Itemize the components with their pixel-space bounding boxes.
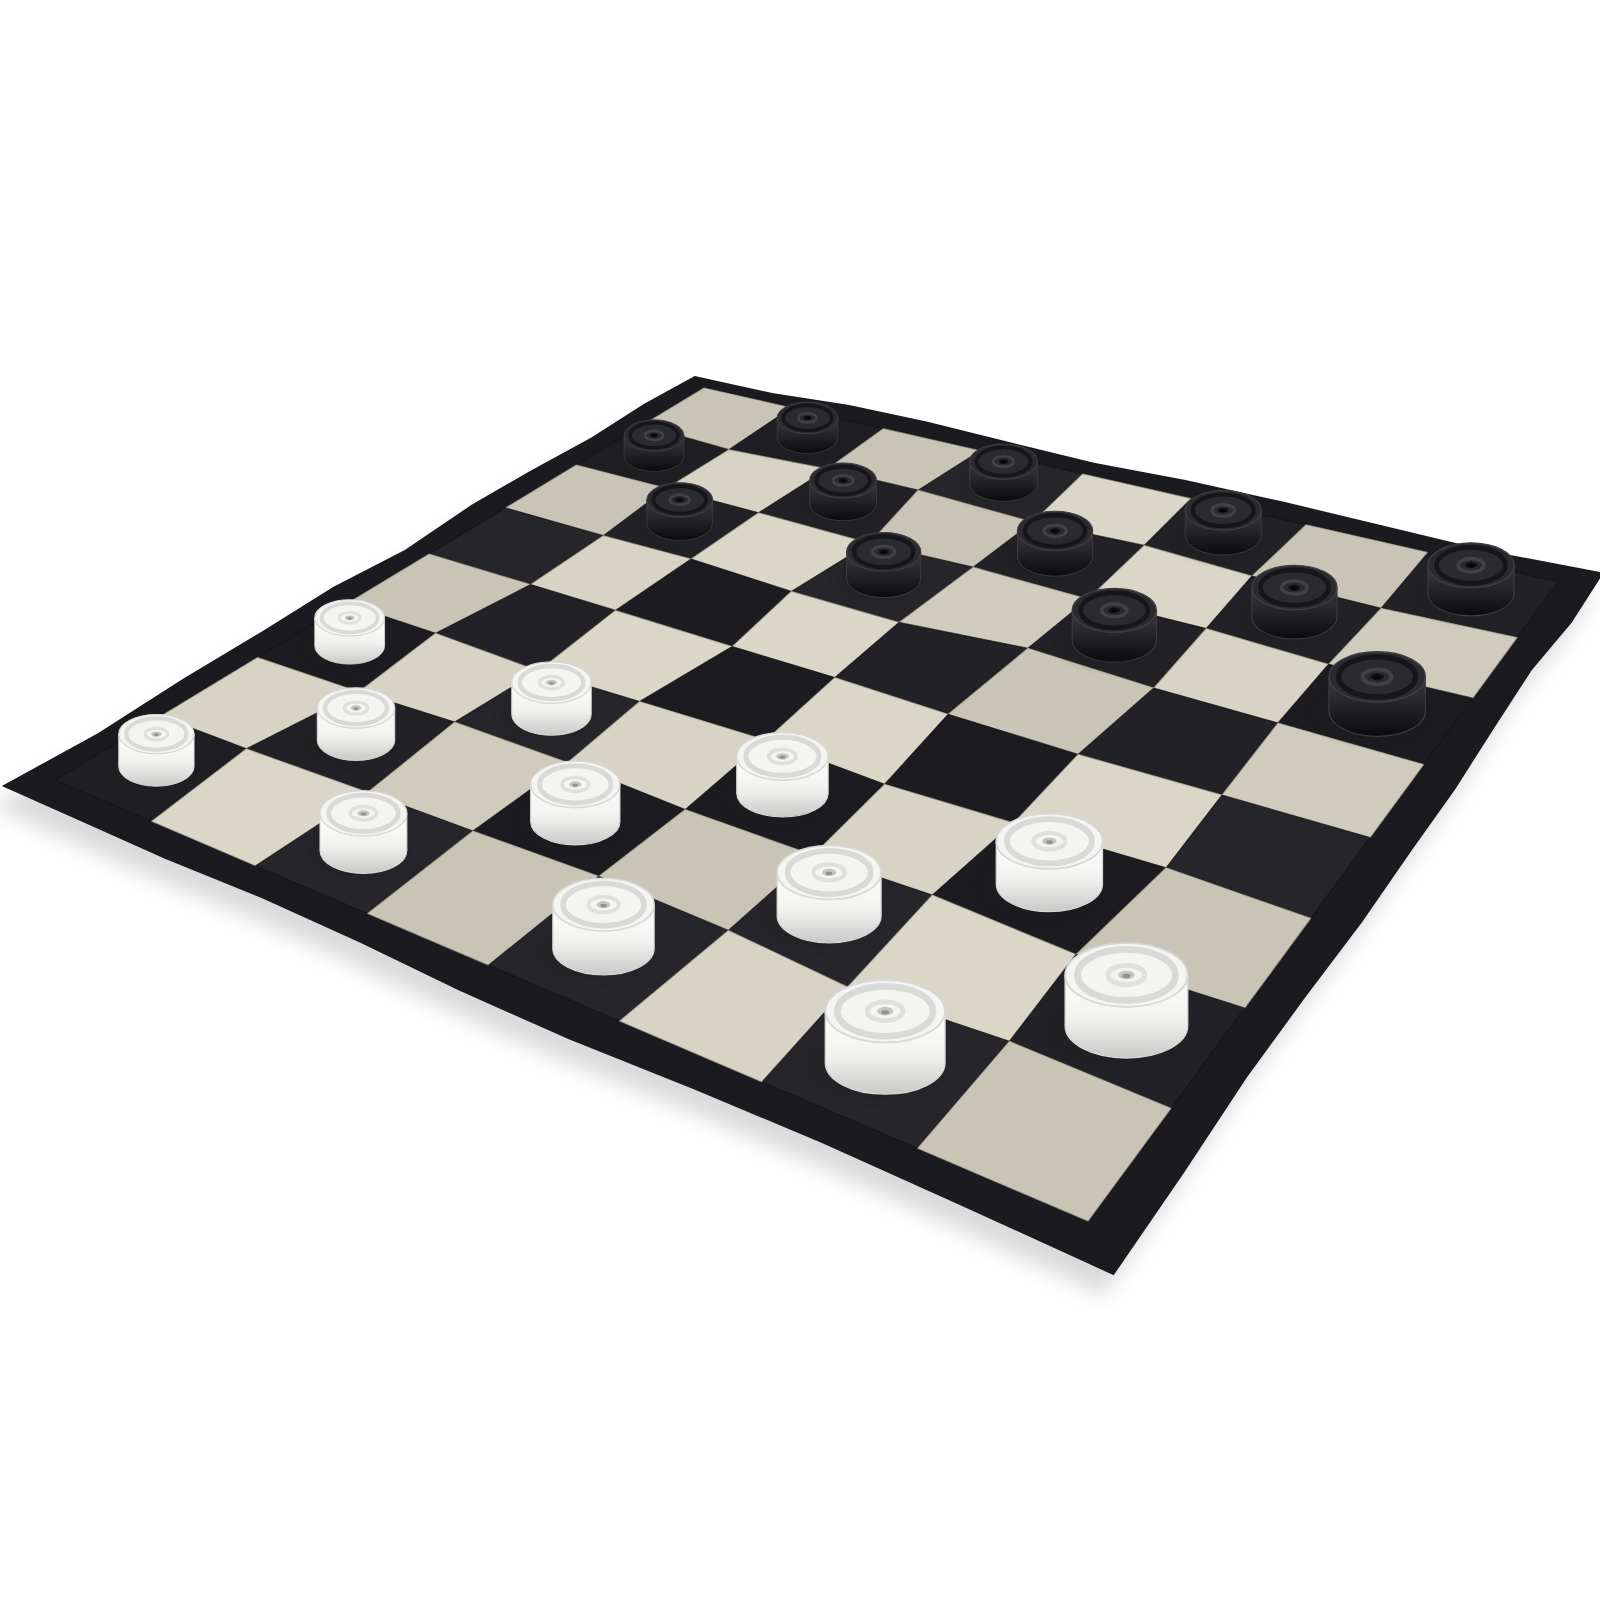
- piece-hole-center: [572, 784, 578, 787]
- piece-hole-center: [805, 417, 809, 419]
- giant-checkers-product-photo: [0, 0, 1600, 1600]
- piece-hole-center: [361, 812, 367, 815]
- checkers-board[interactable]: [0, 0, 1600, 1600]
- piece-hole-center: [1112, 610, 1117, 613]
- piece-hole-center: [154, 733, 159, 736]
- piece-hole-center: [1292, 587, 1298, 590]
- piece-hole-center: [881, 551, 886, 554]
- piece-hole-center: [1374, 676, 1380, 679]
- piece-hole-center: [1046, 840, 1053, 844]
- piece-hole-center: [1053, 530, 1058, 533]
- piece-hole-center: [1001, 461, 1005, 463]
- piece-hole-center: [652, 435, 656, 437]
- piece-hole-center: [600, 904, 607, 907]
- piece-hole-center: [353, 707, 358, 710]
- piece-hole-center: [826, 872, 833, 876]
- piece-hole-center: [678, 499, 682, 501]
- piece-hole-center: [881, 1010, 889, 1014]
- piece-hole-center: [549, 682, 554, 685]
- piece-hole-center: [841, 480, 845, 482]
- piece-hole-center: [1468, 564, 1474, 567]
- piece-hole-center: [1221, 510, 1226, 513]
- piece-hole-center: [779, 756, 785, 759]
- piece-hole-center: [347, 617, 352, 619]
- piece-hole-center: [1122, 974, 1130, 978]
